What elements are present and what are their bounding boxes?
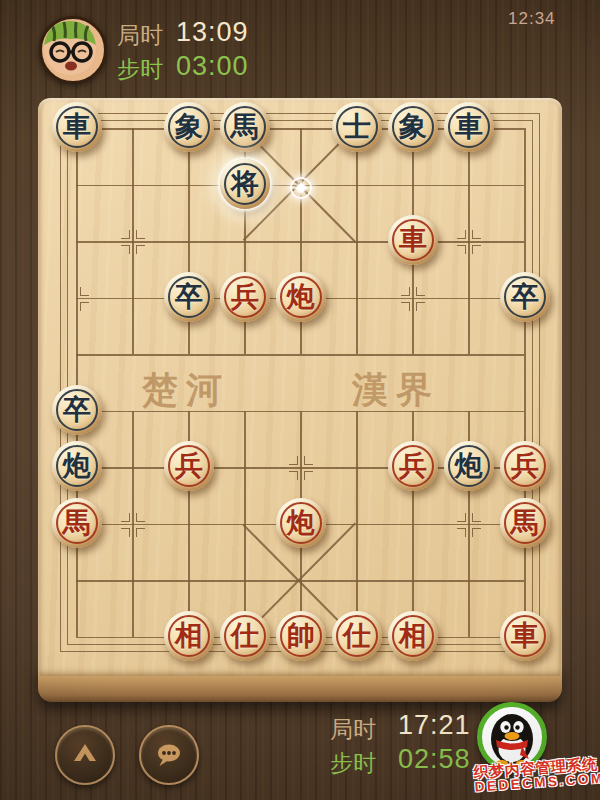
piece-character: 車 (511, 617, 539, 655)
point-marker (64, 286, 90, 312)
piece-character: 馬 (231, 108, 259, 146)
opponent-avatar-image (42, 19, 98, 75)
piece-character: 炮 (63, 447, 91, 485)
river-label-left: 楚河 (128, 366, 244, 415)
piece-black-象[interactable]: 象 (164, 102, 214, 152)
piece-character: 卒 (63, 391, 91, 429)
piece-character: 馬 (511, 504, 539, 542)
bottom-game-time: 17:21 (398, 710, 471, 741)
piece-red-仕[interactable]: 仕 (220, 611, 270, 661)
piece-black-士[interactable]: 士 (332, 102, 382, 152)
top-game-time-label: 局时 (117, 20, 163, 51)
piece-black-炮[interactable]: 炮 (52, 441, 102, 491)
bottom-move-time: 02:58 (398, 744, 471, 775)
piece-character: 車 (455, 108, 483, 146)
point-marker (456, 512, 482, 538)
piece-character: 卒 (175, 278, 203, 316)
piece-character: 相 (175, 617, 203, 655)
grid-line (76, 128, 78, 637)
collapse-button[interactable] (55, 725, 115, 785)
piece-red-馬[interactable]: 馬 (500, 498, 550, 548)
grid-line (356, 128, 358, 354)
piece-black-卒[interactable]: 卒 (500, 272, 550, 322)
piece-character: 象 (399, 108, 427, 146)
piece-black-象[interactable]: 象 (388, 102, 438, 152)
piece-character: 炮 (455, 447, 483, 485)
point-marker (120, 229, 146, 255)
qq-penguin-icon (482, 707, 542, 767)
piece-red-相[interactable]: 相 (164, 611, 214, 661)
piece-red-馬[interactable]: 馬 (52, 498, 102, 548)
piece-red-炮[interactable]: 炮 (276, 498, 326, 548)
piece-character: 帥 (287, 617, 315, 655)
point-marker (400, 286, 426, 312)
piece-character: 象 (175, 108, 203, 146)
piece-character: 車 (399, 221, 427, 259)
piece-character: 炮 (287, 504, 315, 542)
piece-red-炮[interactable]: 炮 (276, 272, 326, 322)
top-move-time: 03:00 (176, 51, 249, 82)
piece-red-車[interactable]: 車 (388, 215, 438, 265)
piece-red-相[interactable]: 相 (388, 611, 438, 661)
opponent-avatar[interactable] (39, 16, 107, 84)
piece-black-炮[interactable]: 炮 (444, 441, 494, 491)
piece-character: 仕 (343, 617, 371, 655)
piece-black-将[interactable]: 将 (220, 159, 270, 209)
chevron-up-icon (69, 739, 101, 771)
grid-line (524, 128, 526, 637)
top-move-time-label: 步时 (117, 54, 163, 85)
point-marker (120, 512, 146, 538)
point-marker (288, 455, 314, 481)
bottom-move-time-label: 步时 (330, 748, 376, 779)
top-game-time: 13:09 (176, 17, 249, 48)
piece-character: 馬 (63, 504, 91, 542)
game-screen: 12:34 局时 13:09 步时 03:00 楚河 漢界 車象馬士象車将車卒兵… (0, 0, 600, 800)
chat-button[interactable] (139, 725, 199, 785)
river-label-right: 漢界 (338, 366, 454, 415)
piece-character: 車 (63, 108, 91, 146)
system-clock: 12:34 (508, 9, 556, 29)
piece-character: 兵 (511, 447, 539, 485)
piece-character: 将 (231, 165, 259, 203)
piece-red-兵[interactable]: 兵 (388, 441, 438, 491)
grid-line (76, 354, 524, 356)
piece-character: 兵 (175, 447, 203, 485)
piece-black-卒[interactable]: 卒 (164, 272, 214, 322)
piece-red-兵[interactable]: 兵 (220, 272, 270, 322)
watermark: 织梦内容管理系统 DEDECMS.COM (473, 755, 600, 794)
xiangqi-board[interactable]: 楚河 漢界 車象馬士象車将車卒兵炮卒卒炮兵兵炮兵馬炮馬相仕帥仕相車 (38, 98, 562, 676)
piece-red-兵[interactable]: 兵 (500, 441, 550, 491)
piece-black-車[interactable]: 車 (52, 102, 102, 152)
piece-red-車[interactable]: 車 (500, 611, 550, 661)
piece-character: 相 (399, 617, 427, 655)
piece-character: 士 (343, 108, 371, 146)
piece-black-車[interactable]: 車 (444, 102, 494, 152)
point-marker (456, 229, 482, 255)
piece-character: 兵 (399, 447, 427, 485)
piece-red-兵[interactable]: 兵 (164, 441, 214, 491)
piece-character: 兵 (231, 278, 259, 316)
piece-character: 炮 (287, 278, 315, 316)
piece-character: 卒 (511, 278, 539, 316)
chat-bubble-icon (153, 739, 185, 771)
piece-character: 仕 (231, 617, 259, 655)
piece-black-馬[interactable]: 馬 (220, 102, 270, 152)
piece-red-帥[interactable]: 帥 (276, 611, 326, 661)
bottom-game-time-label: 局时 (330, 714, 376, 745)
piece-black-卒[interactable]: 卒 (52, 385, 102, 435)
piece-red-仕[interactable]: 仕 (332, 611, 382, 661)
